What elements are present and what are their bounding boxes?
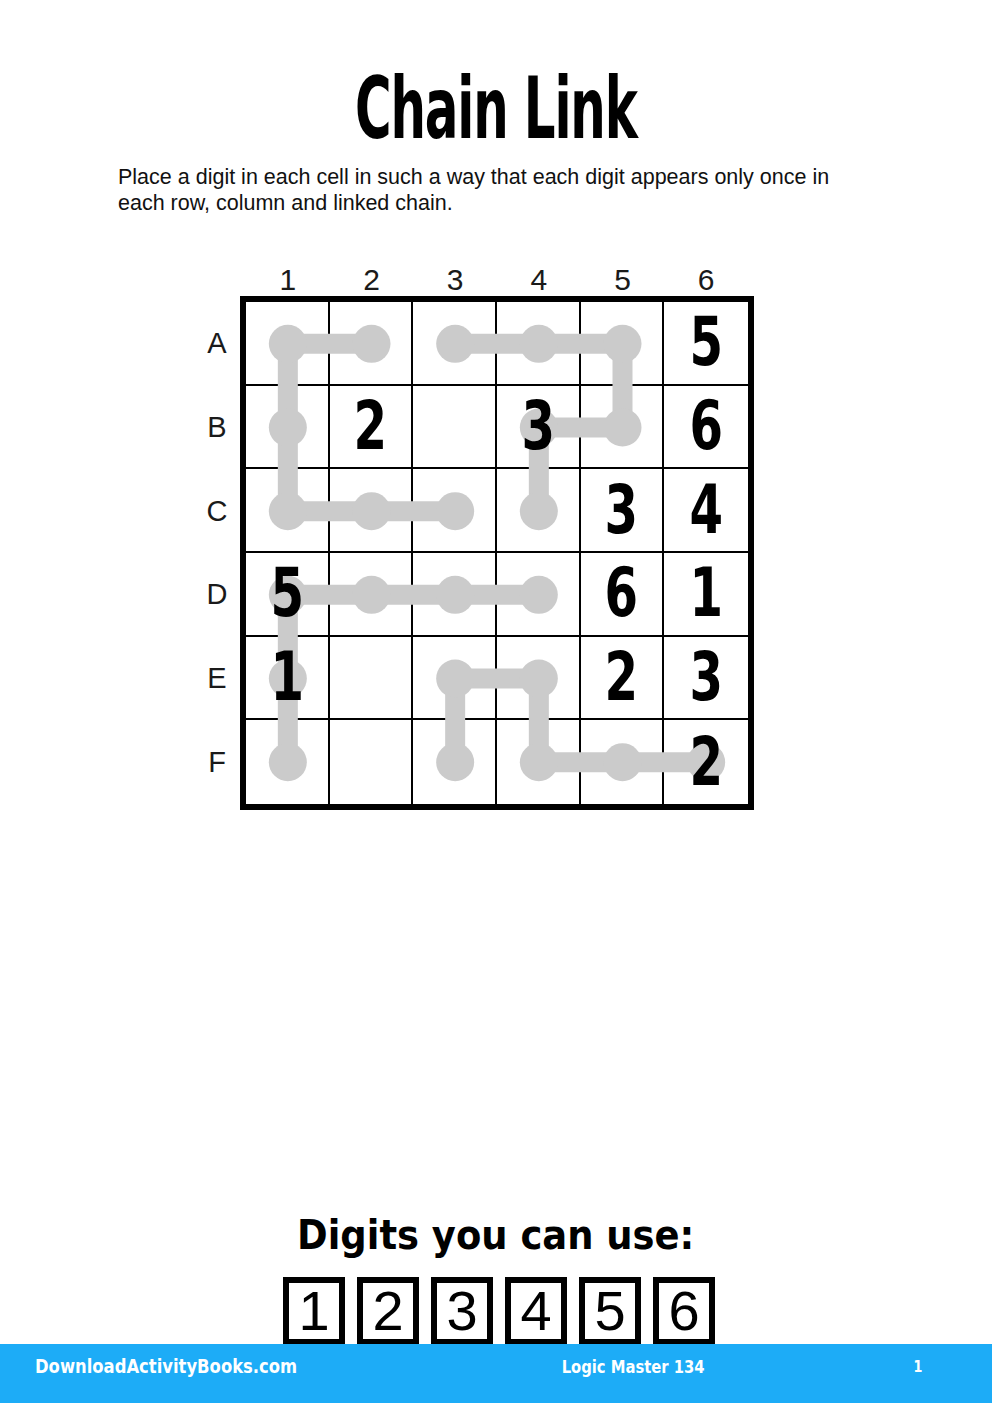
col-label-6: 6 xyxy=(664,263,748,297)
cell-B1[interactable] xyxy=(246,386,330,470)
usable-digit-box-4: 4 xyxy=(505,1277,567,1345)
cell-B6[interactable]: 6 xyxy=(664,386,748,470)
given-digit-B6: 6 xyxy=(689,393,723,460)
puzzle-board: 5236345611232 xyxy=(240,296,754,810)
cell-B3[interactable] xyxy=(413,386,497,470)
cell-B5[interactable] xyxy=(581,386,665,470)
cell-C2[interactable] xyxy=(330,469,414,553)
column-labels: 123456 xyxy=(246,263,748,297)
cell-D4[interactable] xyxy=(497,553,581,637)
given-digit-C5: 3 xyxy=(605,477,639,544)
cell-B4[interactable]: 3 xyxy=(497,386,581,470)
col-label-3: 3 xyxy=(413,263,497,297)
cell-C1[interactable] xyxy=(246,469,330,553)
cell-E6[interactable]: 3 xyxy=(664,637,748,721)
cell-F1[interactable] xyxy=(246,720,330,804)
row-label-F: F xyxy=(200,720,234,804)
instructions-line-1: Place a digit in each cell in such a way… xyxy=(118,164,829,190)
usable-digit-box-6: 6 xyxy=(653,1277,715,1345)
row-label-E: E xyxy=(200,637,234,721)
cell-C5[interactable]: 3 xyxy=(581,469,665,553)
cell-F5[interactable] xyxy=(581,720,665,804)
cell-A5[interactable] xyxy=(581,302,665,386)
given-digit-A6: 5 xyxy=(689,309,723,376)
cell-E5[interactable]: 2 xyxy=(581,637,665,721)
col-label-1: 1 xyxy=(246,263,330,297)
given-digit-F6: 2 xyxy=(689,729,723,796)
given-digit-E1: 1 xyxy=(270,644,304,711)
col-label-5: 5 xyxy=(581,263,665,297)
cell-B2[interactable]: 2 xyxy=(330,386,414,470)
cell-F3[interactable] xyxy=(413,720,497,804)
cell-C6[interactable]: 4 xyxy=(664,469,748,553)
given-digit-E6: 3 xyxy=(689,644,723,711)
cell-E1[interactable]: 1 xyxy=(246,637,330,721)
footer-bar: DownloadActivityBooks.com Logic Master 1… xyxy=(0,1344,992,1403)
footer-website-link[interactable]: DownloadActivityBooks.com xyxy=(35,1354,297,1378)
instructions: Place a digit in each cell in such a way… xyxy=(118,164,829,216)
cell-A1[interactable] xyxy=(246,302,330,386)
given-digit-C6: 4 xyxy=(689,477,723,544)
col-label-4: 4 xyxy=(497,263,581,297)
cell-A4[interactable] xyxy=(497,302,581,386)
cell-D1[interactable]: 5 xyxy=(246,553,330,637)
usable-digit-box-2: 2 xyxy=(357,1277,419,1345)
cell-F6[interactable]: 2 xyxy=(664,720,748,804)
page-title: Chain Link xyxy=(0,65,992,151)
given-digit-D1: 5 xyxy=(270,560,304,627)
given-digit-E5: 2 xyxy=(605,644,639,711)
cell-F4[interactable] xyxy=(497,720,581,804)
row-label-A: A xyxy=(200,302,234,386)
cell-A6[interactable]: 5 xyxy=(664,302,748,386)
footer-page-number: 1 xyxy=(913,1358,922,1376)
usable-digit-box-5: 5 xyxy=(579,1277,641,1345)
usable-digit-box-1: 1 xyxy=(283,1277,345,1345)
cell-C4[interactable] xyxy=(497,469,581,553)
given-digit-D5: 6 xyxy=(605,560,639,627)
cell-D6[interactable]: 1 xyxy=(664,553,748,637)
usable-digit-boxes: 123456 xyxy=(283,1277,715,1345)
cell-D2[interactable] xyxy=(330,553,414,637)
cell-D5[interactable]: 6 xyxy=(581,553,665,637)
digits-heading-text: Digits you can use: xyxy=(297,1215,694,1256)
row-label-D: D xyxy=(200,553,234,637)
page-title-text: Chain Link xyxy=(355,65,637,151)
cell-E2[interactable] xyxy=(330,637,414,721)
cell-C3[interactable] xyxy=(413,469,497,553)
cell-E4[interactable] xyxy=(497,637,581,721)
given-digit-B2: 2 xyxy=(354,393,388,460)
col-label-2: 2 xyxy=(330,263,414,297)
row-label-B: B xyxy=(200,386,234,470)
row-label-C: C xyxy=(200,469,234,553)
given-digit-B4: 3 xyxy=(521,393,555,460)
cell-A2[interactable] xyxy=(330,302,414,386)
cell-E3[interactable] xyxy=(413,637,497,721)
given-digit-D6: 1 xyxy=(689,560,723,627)
cell-A3[interactable] xyxy=(413,302,497,386)
footer-series-label: Logic Master 134 xyxy=(562,1356,705,1377)
digits-heading: Digits you can use: xyxy=(0,1215,992,1256)
cell-D3[interactable] xyxy=(413,553,497,637)
instructions-line-2: each row, column and linked chain. xyxy=(118,190,829,216)
usable-digit-box-3: 3 xyxy=(431,1277,493,1345)
cell-F2[interactable] xyxy=(330,720,414,804)
row-labels: ABCDEF xyxy=(200,302,234,804)
